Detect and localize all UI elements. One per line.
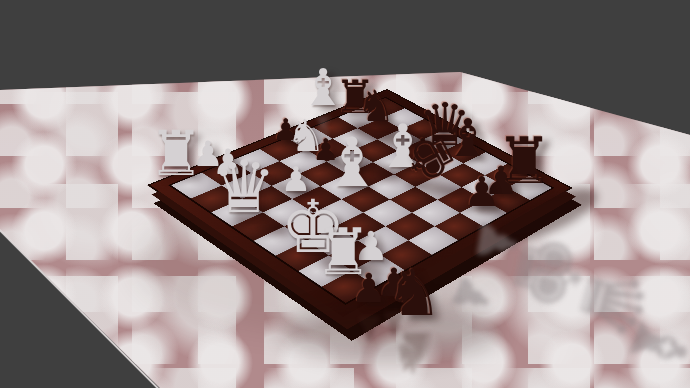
captured-black-pawn-1[interactable]: ♟ (351, 268, 387, 308)
white-queen-d1[interactable]: ♛ (212, 151, 277, 223)
white-rook-a1[interactable]: ♜ (148, 123, 204, 185)
pieces-layer: ♜♟♟♛♞♟♝♝♚♜♟♜♞♛♝♜♟♟♟♟♟♚♝♟♟♞ (0, 0, 690, 388)
black-pawn-g6[interactable]: ♟ (464, 172, 501, 213)
captured-black-knight[interactable]: ♞ (385, 261, 442, 325)
render-viewport: ♟♚♛♝♟♞♟♟♝ ♜♟♟♛♞♟♝♝♚♜♟♜♞♛♝♜♟♟♟♟♟♚♝♟♟♞ (0, 0, 690, 388)
